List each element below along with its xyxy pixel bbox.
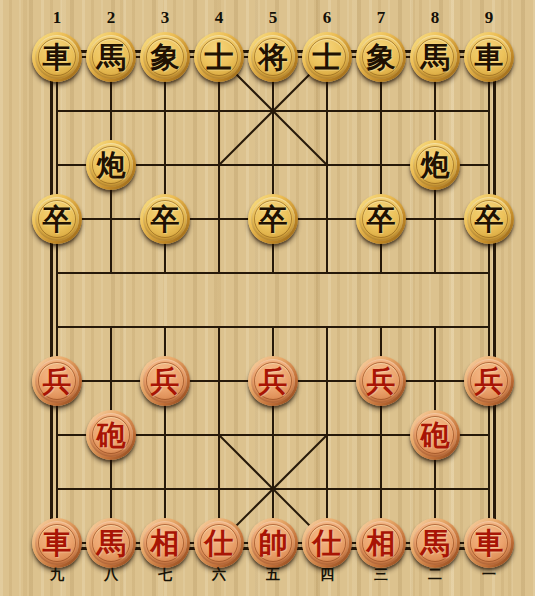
piece-black-soldier-f3r4[interactable]: 卒 [140,194,190,244]
piece-red-cannon-f2r8[interactable]: 砲 [86,410,136,460]
piece-red-soldier-f3r7[interactable]: 兵 [140,356,190,406]
piece-black-elephant-f3r1[interactable]: 象 [140,32,190,82]
piece-black-advisor-f6r1[interactable]: 士 [302,32,352,82]
cannon-glyph: 炮 [410,140,460,190]
general-glyph: 将 [248,32,298,82]
file-number-2: 2 [97,8,125,28]
file-number-4: 4 [205,8,233,28]
piece-black-soldier-f1r4[interactable]: 卒 [32,194,82,244]
file-label-3: 七 [151,566,179,584]
file-label-2: 八 [97,566,125,584]
file-number-1: 1 [43,8,71,28]
file-label-9: 一 [475,566,503,584]
piece-red-soldier-f7r7[interactable]: 兵 [356,356,406,406]
board-grid [0,0,535,596]
piece-black-soldier-f7r4[interactable]: 卒 [356,194,406,244]
file-number-6: 6 [313,8,341,28]
file-label-1: 九 [43,566,71,584]
piece-black-general-f5r1[interactable]: 将 [248,32,298,82]
chariot-glyph: 車 [32,32,82,82]
chariot-glyph: 車 [32,518,82,568]
piece-red-general-f5r10[interactable]: 帥 [248,518,298,568]
horse-glyph: 馬 [86,32,136,82]
elephant-glyph: 相 [140,518,190,568]
advisor-glyph: 士 [194,32,244,82]
piece-black-advisor-f4r1[interactable]: 士 [194,32,244,82]
piece-black-soldier-f9r4[interactable]: 卒 [464,194,514,244]
piece-red-horse-f2r10[interactable]: 馬 [86,518,136,568]
piece-red-soldier-f5r7[interactable]: 兵 [248,356,298,406]
piece-black-cannon-f8r3[interactable]: 炮 [410,140,460,190]
piece-black-chariot-f9r1[interactable]: 車 [464,32,514,82]
xiangqi-board: 123456789 車馬象士将士象馬車炮炮卒卒卒卒卒兵兵兵兵兵砲砲車馬相仕帥仕相… [0,0,535,596]
piece-red-horse-f8r10[interactable]: 馬 [410,518,460,568]
file-label-8: 二 [421,566,449,584]
horse-glyph: 馬 [410,32,460,82]
soldier-glyph: 卒 [464,194,514,244]
cannon-glyph: 砲 [86,410,136,460]
file-number-5: 5 [259,8,287,28]
general-glyph: 帥 [248,518,298,568]
file-label-7: 三 [367,566,395,584]
elephant-glyph: 象 [140,32,190,82]
soldier-glyph: 兵 [356,356,406,406]
piece-red-chariot-f1r10[interactable]: 車 [32,518,82,568]
advisor-glyph: 仕 [302,518,352,568]
soldier-glyph: 卒 [32,194,82,244]
piece-black-cannon-f2r3[interactable]: 炮 [86,140,136,190]
advisor-glyph: 仕 [194,518,244,568]
cannon-glyph: 砲 [410,410,460,460]
file-number-9: 9 [475,8,503,28]
horse-glyph: 馬 [410,518,460,568]
piece-red-elephant-f3r10[interactable]: 相 [140,518,190,568]
piece-red-advisor-f6r10[interactable]: 仕 [302,518,352,568]
file-number-8: 8 [421,8,449,28]
piece-black-elephant-f7r1[interactable]: 象 [356,32,406,82]
chariot-glyph: 車 [464,32,514,82]
file-label-4: 六 [205,566,233,584]
horse-glyph: 馬 [86,518,136,568]
cannon-glyph: 炮 [86,140,136,190]
file-label-6: 四 [313,566,341,584]
soldier-glyph: 兵 [464,356,514,406]
file-number-7: 7 [367,8,395,28]
advisor-glyph: 士 [302,32,352,82]
piece-red-elephant-f7r10[interactable]: 相 [356,518,406,568]
chariot-glyph: 車 [464,518,514,568]
soldier-glyph: 兵 [32,356,82,406]
piece-black-horse-f8r1[interactable]: 馬 [410,32,460,82]
file-number-3: 3 [151,8,179,28]
soldier-glyph: 兵 [140,356,190,406]
soldier-glyph: 卒 [248,194,298,244]
piece-black-horse-f2r1[interactable]: 馬 [86,32,136,82]
soldier-glyph: 卒 [356,194,406,244]
soldier-glyph: 兵 [248,356,298,406]
elephant-glyph: 相 [356,518,406,568]
piece-red-advisor-f4r10[interactable]: 仕 [194,518,244,568]
piece-red-soldier-f1r7[interactable]: 兵 [32,356,82,406]
elephant-glyph: 象 [356,32,406,82]
piece-black-chariot-f1r1[interactable]: 車 [32,32,82,82]
file-label-5: 五 [259,566,287,584]
piece-red-chariot-f9r10[interactable]: 車 [464,518,514,568]
piece-red-soldier-f9r7[interactable]: 兵 [464,356,514,406]
soldier-glyph: 卒 [140,194,190,244]
piece-black-soldier-f5r4[interactable]: 卒 [248,194,298,244]
piece-red-cannon-f8r8[interactable]: 砲 [410,410,460,460]
